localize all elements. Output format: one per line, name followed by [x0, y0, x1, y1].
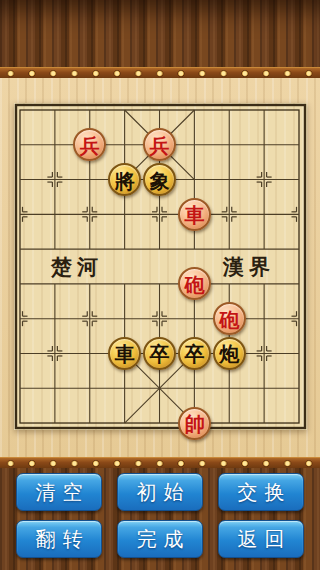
piece-red-chariot[interactable]: 車 [178, 198, 211, 231]
board-area: 楚河 漢界 兵兵將象車砲砲車卒卒炮帥 [0, 78, 320, 457]
piece-character: 卒 [150, 344, 170, 364]
button-grid: 清空 初始 交换 翻转 完成 返回 [16, 473, 304, 558]
swap-button[interactable]: 交换 [218, 473, 304, 511]
piece-character: 車 [184, 205, 204, 225]
river-label-han: 漢界 [217, 253, 281, 281]
river-label-chu: 楚河 [45, 253, 109, 281]
piece-black-cannon[interactable]: 炮 [213, 337, 246, 370]
flip-button[interactable]: 翻转 [16, 520, 102, 558]
piece-character: 砲 [219, 309, 239, 329]
piece-character: 炮 [219, 344, 239, 364]
done-button[interactable]: 完成 [117, 520, 203, 558]
piece-character: 車 [115, 344, 135, 364]
piece-black-elephant[interactable]: 象 [143, 163, 176, 196]
piece-character: 帥 [184, 414, 204, 434]
piece-black-soldier[interactable]: 卒 [178, 337, 211, 370]
xiangqi-board[interactable]: 楚河 漢界 兵兵將象車砲砲車卒卒炮帥 [14, 103, 307, 430]
piece-character: 卒 [184, 344, 204, 364]
clear-button[interactable]: 清空 [16, 473, 102, 511]
piece-character: 兵 [80, 135, 100, 155]
piece-character: 兵 [150, 135, 170, 155]
bottom-stud-strip [0, 457, 320, 468]
initial-button[interactable]: 初始 [117, 473, 203, 511]
piece-character: 將 [115, 170, 135, 190]
piece-black-soldier[interactable]: 卒 [143, 337, 176, 370]
bottom-wood-panel: 清空 初始 交换 翻转 完成 返回 [0, 457, 320, 570]
app-screen: 楚河 漢界 兵兵將象車砲砲車卒卒炮帥 清空 初始 交换 翻转 完成 返回 [0, 0, 320, 570]
piece-red-general[interactable]: 帥 [178, 407, 211, 440]
piece-character: 象 [150, 170, 170, 190]
top-stud-strip [0, 67, 320, 78]
piece-black-general[interactable]: 將 [108, 163, 141, 196]
piece-character: 砲 [184, 274, 204, 294]
top-wood-panel [0, 0, 320, 67]
piece-red-cannon[interactable]: 砲 [213, 302, 246, 335]
piece-black-chariot[interactable]: 車 [108, 337, 141, 370]
back-button[interactable]: 返回 [218, 520, 304, 558]
